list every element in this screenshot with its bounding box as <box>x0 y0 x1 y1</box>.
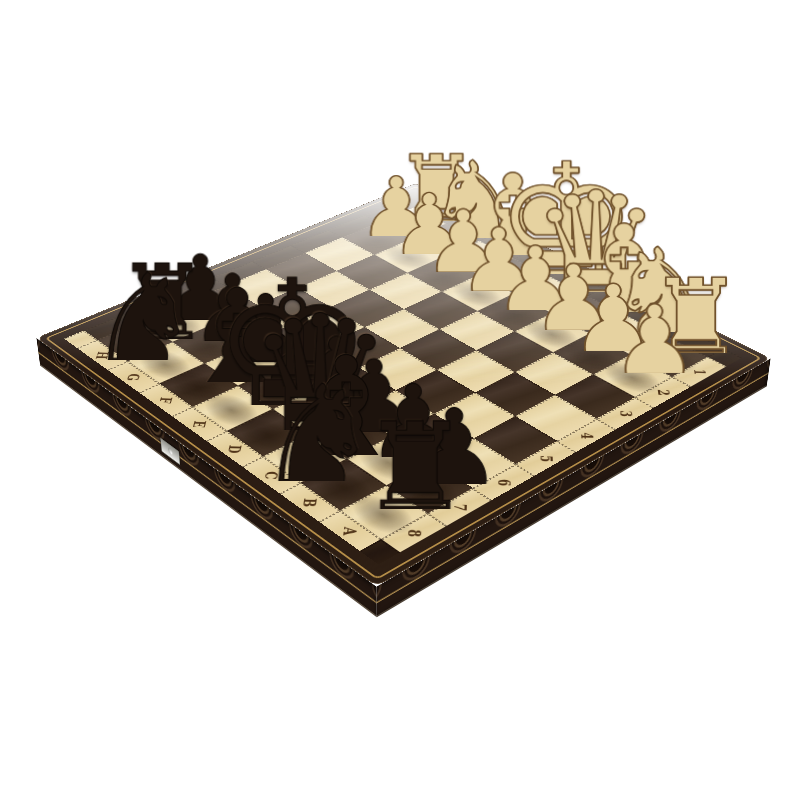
chess-board-3d: ABCDEFGH8♜♞♝♛♚♝♞♜7♟♟♟♟♟♟♟♟65432♟♟♟♟♟♟♟♟1… <box>36 183 770 587</box>
chess-set-photo: ABCDEFGH8♜♞♝♛♚♝♞♜7♟♟♟♟♟♟♟♟65432♟♟♟♟♟♟♟♟1… <box>0 0 800 800</box>
piece-black-rook-a8: ♜ <box>361 387 421 509</box>
square-a4 <box>515 395 597 441</box>
latch-clasp-icon <box>160 438 180 466</box>
board-grid: ABCDEFGH8♜♞♝♛♚♝♞♜7♟♟♟♟♟♟♟♟65432♟♟♟♟♟♟♟♟1… <box>64 194 742 565</box>
piece-white-pawn-a2: ♟ <box>612 277 665 373</box>
board-frame: ABCDEFGH8♜♞♝♛♚♝♞♜7♟♟♟♟♟♟♟♟65432♟♟♟♟♟♟♟♟1… <box>36 183 770 587</box>
square-c3 <box>476 331 553 372</box>
